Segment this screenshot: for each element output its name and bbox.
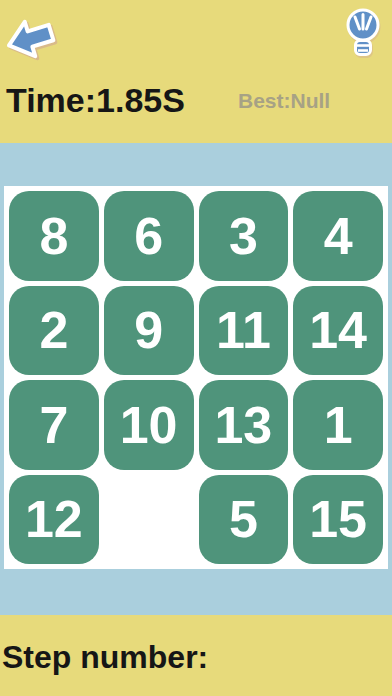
tile-1[interactable]: 1 [293,380,383,470]
tile-6[interactable]: 6 [104,191,194,281]
tile-13[interactable]: 13 [199,380,289,470]
board-area: 863429111471013112515 [0,143,392,615]
hint-button[interactable] [342,6,384,64]
lightbulb-icon [342,52,384,67]
tile-4[interactable]: 4 [293,191,383,281]
step-number-label: Step number: [2,639,208,676]
tile-10[interactable]: 10 [104,380,194,470]
tile-12[interactable]: 12 [9,475,99,565]
tile-8[interactable]: 8 [9,191,99,281]
footer-bar: Step number: [0,615,392,696]
tile-15[interactable]: 15 [293,475,383,565]
best-score-label: Best:Null [238,89,330,113]
header-bar: Time:1.85S Best:Null [0,0,392,143]
tile-7[interactable]: 7 [9,380,99,470]
back-button[interactable] [4,9,56,65]
tile-9[interactable]: 9 [104,286,194,376]
tile-5[interactable]: 5 [199,475,289,565]
tile-3[interactable]: 3 [199,191,289,281]
empty-cell [104,475,194,565]
tile-14[interactable]: 14 [293,286,383,376]
tile-11[interactable]: 11 [199,286,289,376]
tile-2[interactable]: 2 [9,286,99,376]
puzzle-board: 863429111471013112515 [4,186,388,569]
back-arrow-icon [4,53,56,68]
time-label: Time:1.85S [6,81,185,120]
